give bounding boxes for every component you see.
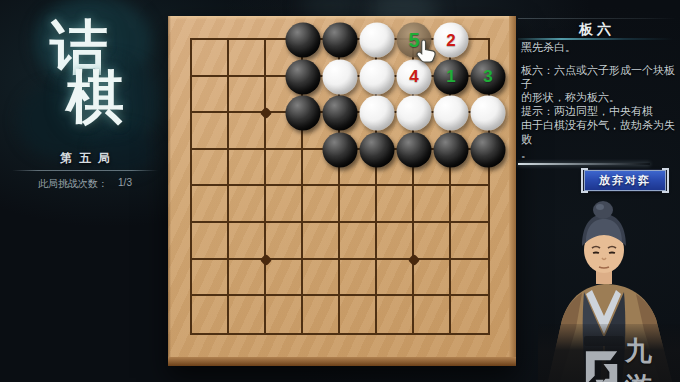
board-cell[interactable] bbox=[192, 260, 229, 297]
board-cell[interactable] bbox=[229, 113, 266, 150]
move-number-label: 3 bbox=[471, 59, 506, 94]
board-cell[interactable] bbox=[414, 296, 451, 333]
board-cell[interactable] bbox=[451, 260, 488, 297]
description-line: 。 bbox=[521, 147, 677, 161]
brand-logo-icon bbox=[580, 347, 621, 382]
white-stone bbox=[360, 59, 395, 94]
puzzle-title: 板六 bbox=[518, 21, 672, 39]
white-stone bbox=[360, 96, 395, 131]
black-stone bbox=[286, 96, 321, 131]
board-cell[interactable] bbox=[340, 186, 377, 223]
left-divider bbox=[12, 170, 158, 171]
board-cell[interactable] bbox=[192, 150, 229, 187]
attempts-label: 此局挑战次数： bbox=[38, 177, 108, 191]
black-stone bbox=[286, 23, 321, 58]
board-cell[interactable] bbox=[414, 223, 451, 260]
description-line: 由于白棋没有外气，故劫杀为失败 bbox=[521, 119, 677, 147]
black-stone bbox=[323, 132, 358, 167]
black-stone bbox=[323, 23, 358, 58]
board-cell[interactable] bbox=[303, 260, 340, 297]
board-cell[interactable] bbox=[414, 186, 451, 223]
go-board[interactable]: 24135 bbox=[168, 16, 516, 366]
board-cell[interactable] bbox=[192, 296, 229, 333]
white-stone bbox=[323, 59, 358, 94]
black-stone bbox=[434, 132, 469, 167]
white-stone bbox=[360, 23, 395, 58]
board-cell[interactable] bbox=[192, 223, 229, 260]
right-panel-topline bbox=[518, 18, 676, 19]
white-stone bbox=[471, 96, 506, 131]
board-cell[interactable] bbox=[229, 77, 266, 114]
give-up-button[interactable]: 放弃对弈 bbox=[584, 170, 666, 191]
board-cell[interactable] bbox=[303, 223, 340, 260]
hand-cursor-icon bbox=[415, 38, 438, 65]
board-cell[interactable] bbox=[192, 40, 229, 77]
white-stone bbox=[434, 96, 469, 131]
attempts-row: 此局挑战次数： 1/3 bbox=[8, 177, 162, 191]
board-bevel-bottom bbox=[168, 357, 516, 366]
move-number-label: 1 bbox=[434, 59, 469, 94]
black-stone bbox=[397, 132, 432, 167]
board-cell[interactable] bbox=[451, 296, 488, 333]
brand-logo-text: 九游 bbox=[625, 333, 680, 382]
board-cell[interactable] bbox=[229, 186, 266, 223]
board-cell[interactable] bbox=[451, 186, 488, 223]
board-cell[interactable] bbox=[229, 296, 266, 333]
stage-title: 第五局 bbox=[8, 150, 162, 167]
board-cell[interactable] bbox=[377, 186, 414, 223]
board-cell[interactable] bbox=[229, 40, 266, 77]
black-stone: 1 bbox=[434, 59, 469, 94]
board-bevel-left bbox=[168, 16, 171, 366]
board-cell[interactable] bbox=[266, 186, 303, 223]
board-cell[interactable] bbox=[266, 296, 303, 333]
board-cell[interactable] bbox=[340, 260, 377, 297]
board-cell[interactable] bbox=[377, 260, 414, 297]
board-cell[interactable] bbox=[266, 223, 303, 260]
description-line: 的形状，称为板六。 bbox=[521, 91, 677, 105]
description-line: 提示：两边同型，中央有棋 bbox=[521, 105, 677, 119]
board-cell[interactable] bbox=[229, 223, 266, 260]
puzzle-title-underline bbox=[518, 38, 673, 40]
board-cell[interactable] bbox=[229, 150, 266, 187]
board-cell[interactable] bbox=[192, 113, 229, 150]
white-stone: 2 bbox=[434, 23, 469, 58]
brand-logo: 九游 bbox=[580, 333, 680, 382]
calligraphy-title-char-2: 棋 bbox=[66, 68, 124, 126]
board-bevel-top bbox=[168, 16, 516, 20]
black-stone bbox=[286, 59, 321, 94]
board-cell[interactable] bbox=[266, 260, 303, 297]
board-cell[interactable] bbox=[303, 296, 340, 333]
board-cell[interactable] bbox=[451, 223, 488, 260]
puzzle-description: 黑先杀白。板六：六点或六子形成一个块板子的形状，称为板六。提示：两边同型，中央有… bbox=[521, 41, 677, 160]
board-cell[interactable] bbox=[192, 77, 229, 114]
black-stone bbox=[471, 132, 506, 167]
board-cell[interactable] bbox=[192, 186, 229, 223]
move-number-label: 2 bbox=[434, 23, 469, 58]
white-stone bbox=[397, 96, 432, 131]
description-line: 板六：六点或六子形成一个块板子 bbox=[521, 64, 677, 92]
board-cell[interactable] bbox=[377, 296, 414, 333]
black-stone bbox=[360, 132, 395, 167]
board-cell[interactable] bbox=[303, 186, 340, 223]
board-cell[interactable] bbox=[266, 150, 303, 187]
board-cell[interactable] bbox=[229, 260, 266, 297]
board-cell[interactable] bbox=[340, 296, 377, 333]
black-stone bbox=[323, 96, 358, 131]
board-bevel-right bbox=[509, 16, 516, 366]
black-stone: 3 bbox=[471, 59, 506, 94]
attempts-value: 1/3 bbox=[118, 177, 132, 191]
board-cell[interactable] bbox=[340, 223, 377, 260]
button-divider bbox=[518, 163, 650, 165]
board-cell[interactable] bbox=[377, 223, 414, 260]
description-line: 黑先杀白。 bbox=[521, 41, 677, 55]
board-cell[interactable] bbox=[414, 260, 451, 297]
